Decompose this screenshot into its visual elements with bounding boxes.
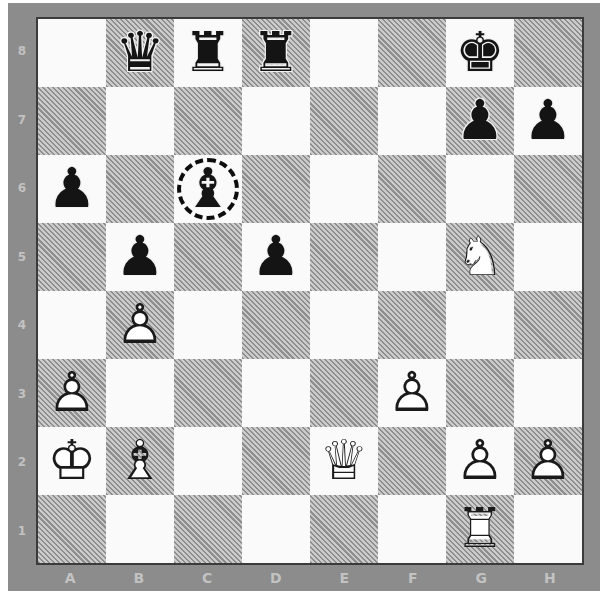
square-e3[interactable] xyxy=(310,359,378,427)
pawn-glyph-outline: ♙ xyxy=(514,427,582,495)
piece-black-queen[interactable]: ♛ xyxy=(106,19,174,87)
square-e8[interactable] xyxy=(310,19,378,87)
rank-label-4: 4 xyxy=(8,291,36,360)
square-c1[interactable] xyxy=(174,495,242,563)
pawn-glyph-outline: ♙ xyxy=(446,427,514,495)
square-a7[interactable] xyxy=(38,87,106,155)
pawn-glyph: ♟ xyxy=(514,87,582,155)
square-a6[interactable]: ♟ xyxy=(38,155,106,223)
rank-label-2: 2 xyxy=(8,428,36,497)
square-g4[interactable] xyxy=(446,291,514,359)
piece-white-pawn[interactable]: ♟♙ xyxy=(514,427,582,495)
rank-label-8: 8 xyxy=(8,17,36,86)
piece-black-pawn[interactable]: ♟ xyxy=(38,155,106,223)
square-e1[interactable] xyxy=(310,495,378,563)
rank-label-7: 7 xyxy=(8,86,36,155)
pawn-glyph: ♟ xyxy=(38,155,106,223)
pawn-glyph-outline: ♙ xyxy=(38,359,106,427)
square-f3[interactable]: ♟♙ xyxy=(378,359,446,427)
square-g3[interactable] xyxy=(446,359,514,427)
square-b3[interactable] xyxy=(106,359,174,427)
king-glyph-outline: ♔ xyxy=(38,427,106,495)
square-e2[interactable]: ♛♕ xyxy=(310,427,378,495)
pawn-glyph: ♟ xyxy=(446,87,514,155)
square-b8[interactable]: ♛ xyxy=(106,19,174,87)
square-f5[interactable] xyxy=(378,223,446,291)
square-a8[interactable] xyxy=(38,19,106,87)
square-f4[interactable] xyxy=(378,291,446,359)
square-h2[interactable]: ♟♙ xyxy=(514,427,582,495)
file-label-c: C xyxy=(173,565,242,591)
square-c6[interactable]: ♝ xyxy=(174,155,242,223)
board-frame: 87654321 ABCDEFGH ♛♜♜♚♟♟♟♝♟♟♞♘♟♙♟♙♟♙♚♔♝♗… xyxy=(8,3,600,591)
square-e4[interactable] xyxy=(310,291,378,359)
pawn-glyph-outline: ♙ xyxy=(378,359,446,427)
square-c3[interactable] xyxy=(174,359,242,427)
square-f7[interactable] xyxy=(378,87,446,155)
king-glyph: ♚ xyxy=(446,19,514,87)
rank-label-3: 3 xyxy=(8,360,36,429)
queen-glyph: ♛ xyxy=(106,19,174,87)
square-f1[interactable] xyxy=(378,495,446,563)
piece-black-pawn[interactable]: ♟ xyxy=(106,223,174,291)
square-d5[interactable]: ♟ xyxy=(242,223,310,291)
piece-white-rook[interactable]: ♜♖ xyxy=(446,495,514,563)
bishop-glyph-outline: ♗ xyxy=(106,427,174,495)
rank-label-6: 6 xyxy=(8,154,36,223)
square-h7[interactable]: ♟ xyxy=(514,87,582,155)
file-labels: ABCDEFGH xyxy=(36,565,584,591)
piece-white-bishop[interactable]: ♝♗ xyxy=(106,427,174,495)
square-a1[interactable] xyxy=(38,495,106,563)
square-d4[interactable] xyxy=(242,291,310,359)
square-c7[interactable] xyxy=(174,87,242,155)
knight-glyph-outline: ♘ xyxy=(446,223,514,291)
square-f6[interactable] xyxy=(378,155,446,223)
square-h8[interactable] xyxy=(514,19,582,87)
piece-black-pawn[interactable]: ♟ xyxy=(446,87,514,155)
square-d7[interactable] xyxy=(242,87,310,155)
square-b1[interactable] xyxy=(106,495,174,563)
square-e6[interactable] xyxy=(310,155,378,223)
square-c2[interactable] xyxy=(174,427,242,495)
square-h3[interactable] xyxy=(514,359,582,427)
square-c4[interactable] xyxy=(174,291,242,359)
pawn-glyph: ♟ xyxy=(106,223,174,291)
board-grid: ♛♜♜♚♟♟♟♝♟♟♞♘♟♙♟♙♟♙♚♔♝♗♛♕♟♙♟♙♜♖ xyxy=(36,17,584,565)
square-g6[interactable] xyxy=(446,155,514,223)
file-label-b: B xyxy=(105,565,174,591)
piece-black-king[interactable]: ♚ xyxy=(446,19,514,87)
rook-glyph: ♜ xyxy=(174,19,242,87)
square-b7[interactable] xyxy=(106,87,174,155)
piece-white-queen[interactable]: ♛♕ xyxy=(310,427,378,495)
piece-white-pawn[interactable]: ♟♙ xyxy=(446,427,514,495)
rook-glyph-outline: ♖ xyxy=(446,495,514,563)
rank-labels: 87654321 xyxy=(8,17,36,565)
square-d8[interactable]: ♜ xyxy=(242,19,310,87)
queen-glyph-outline: ♕ xyxy=(310,427,378,495)
square-a3[interactable]: ♟♙ xyxy=(38,359,106,427)
square-g1[interactable]: ♜♖ xyxy=(446,495,514,563)
square-d2[interactable] xyxy=(242,427,310,495)
pawn-glyph: ♟ xyxy=(242,223,310,291)
square-d6[interactable] xyxy=(242,155,310,223)
square-f8[interactable] xyxy=(378,19,446,87)
rank-label-5: 5 xyxy=(8,223,36,292)
piece-black-rook[interactable]: ♜ xyxy=(174,19,242,87)
bishop-glyph: ♝ xyxy=(174,155,242,223)
piece-black-rook[interactable]: ♜ xyxy=(242,19,310,87)
file-label-f: F xyxy=(379,565,448,591)
piece-white-knight[interactable]: ♞♘ xyxy=(446,223,514,291)
file-label-g: G xyxy=(447,565,516,591)
square-c5[interactable] xyxy=(174,223,242,291)
file-label-d: D xyxy=(242,565,311,591)
piece-white-pawn[interactable]: ♟♙ xyxy=(38,359,106,427)
square-h4[interactable] xyxy=(514,291,582,359)
rank-label-1: 1 xyxy=(8,497,36,566)
square-h5[interactable] xyxy=(514,223,582,291)
square-g2[interactable]: ♟♙ xyxy=(446,427,514,495)
square-h1[interactable] xyxy=(514,495,582,563)
square-a4[interactable] xyxy=(38,291,106,359)
piece-black-pawn[interactable]: ♟ xyxy=(514,87,582,155)
square-a2[interactable]: ♚♔ xyxy=(38,427,106,495)
square-g5[interactable]: ♞♘ xyxy=(446,223,514,291)
file-label-a: A xyxy=(36,565,105,591)
piece-white-pawn[interactable]: ♟♙ xyxy=(378,359,446,427)
file-label-e: E xyxy=(310,565,379,591)
square-h6[interactable] xyxy=(514,155,582,223)
square-b2[interactable]: ♝♗ xyxy=(106,427,174,495)
square-f2[interactable] xyxy=(378,427,446,495)
square-c8[interactable]: ♜ xyxy=(174,19,242,87)
piece-white-pawn[interactable]: ♟♙ xyxy=(106,291,174,359)
square-g7[interactable]: ♟ xyxy=(446,87,514,155)
square-e7[interactable] xyxy=(310,87,378,155)
square-g8[interactable]: ♚ xyxy=(446,19,514,87)
square-d3[interactable] xyxy=(242,359,310,427)
square-b6[interactable] xyxy=(106,155,174,223)
square-b5[interactable]: ♟ xyxy=(106,223,174,291)
piece-black-bishop[interactable]: ♝ xyxy=(174,155,242,223)
rook-glyph: ♜ xyxy=(242,19,310,87)
square-d1[interactable] xyxy=(242,495,310,563)
pawn-glyph-outline: ♙ xyxy=(106,291,174,359)
square-a5[interactable] xyxy=(38,223,106,291)
square-b4[interactable]: ♟♙ xyxy=(106,291,174,359)
piece-white-king[interactable]: ♚♔ xyxy=(38,427,106,495)
square-e5[interactable] xyxy=(310,223,378,291)
piece-black-pawn[interactable]: ♟ xyxy=(242,223,310,291)
file-label-h: H xyxy=(516,565,585,591)
